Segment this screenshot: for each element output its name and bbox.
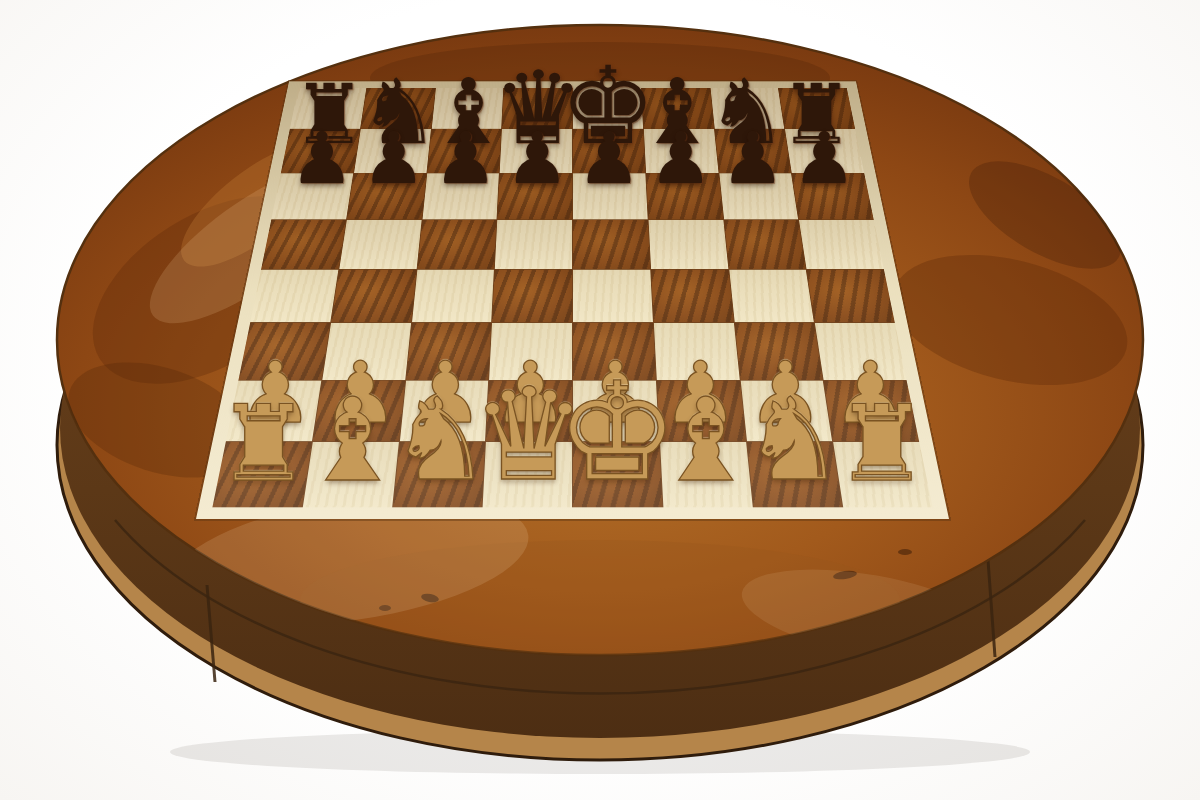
piece-black-pawn-f7[interactable]: ♟ [649,123,713,195]
square-b5[interactable] [339,220,421,269]
piece-black-pawn-b7[interactable]: ♟ [361,123,425,195]
piece-black-pawn-h7[interactable]: ♟ [792,123,856,195]
piece-white-rook-h1[interactable]: ♜ [835,392,929,497]
square-a5[interactable] [261,220,346,269]
square-f4[interactable] [651,270,733,323]
piece-white-bishop-f1[interactable]: ♝ [654,383,757,498]
square-c5[interactable] [417,220,497,269]
square-d5[interactable] [495,220,572,269]
piece-black-pawn-g7[interactable]: ♟ [720,123,784,195]
piece-black-pawn-e7[interactable]: ♟ [577,123,641,195]
piece-black-pawn-d7[interactable]: ♟ [505,123,569,195]
square-h4[interactable] [807,270,895,323]
square-e5[interactable] [573,220,650,269]
square-g5[interactable] [724,220,806,269]
piece-white-bishop-b1[interactable]: ♝ [301,383,404,498]
square-g4[interactable] [729,270,814,323]
piece-white-rook-a1[interactable]: ♜ [217,392,311,497]
product-photo-backdrop: ♜♞♝♛♚♝♞♜♟♟♟♟♟♟♟♟♟♟♟♟♟♟♟♟♜♝♞♛♚♝♞♜ [0,0,1200,800]
piece-black-pawn-c7[interactable]: ♟ [433,123,497,195]
square-f5[interactable] [648,220,728,269]
square-h5[interactable] [799,220,884,269]
square-b4[interactable] [331,270,416,323]
piece-white-knight-g1[interactable]: ♞ [743,383,845,497]
square-d4[interactable] [492,270,572,323]
square-c4[interactable] [412,270,494,323]
square-e4[interactable] [573,270,653,323]
square-a4[interactable] [250,270,338,323]
piece-black-pawn-a7[interactable]: ♟ [290,123,354,195]
